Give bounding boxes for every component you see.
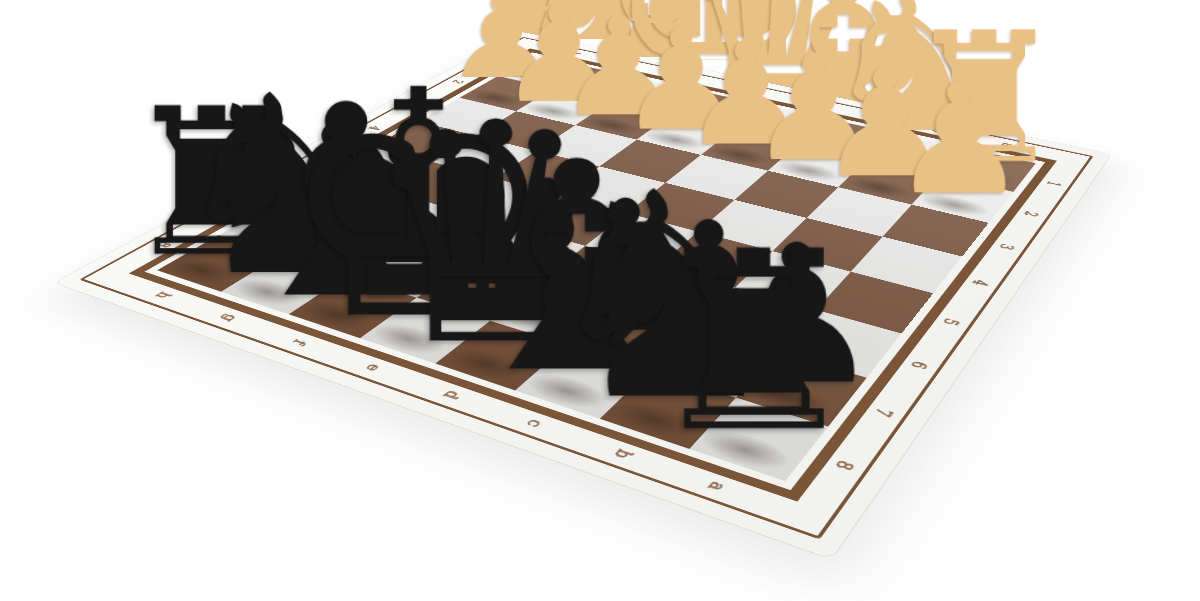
- vinyl-chessboard-mat: hgfedcba hgfedcba 12345678 12345678 ♜♞♝♚…: [55, 31, 1111, 558]
- piece-white-pawn[interactable]: ♟: [891, 67, 1028, 212]
- piece-black-rook[interactable]: ♜: [643, 226, 865, 461]
- chess-photo-scene: hgfedcba hgfedcba 12345678 12345678 ♜♞♝♚…: [0, 0, 1200, 601]
